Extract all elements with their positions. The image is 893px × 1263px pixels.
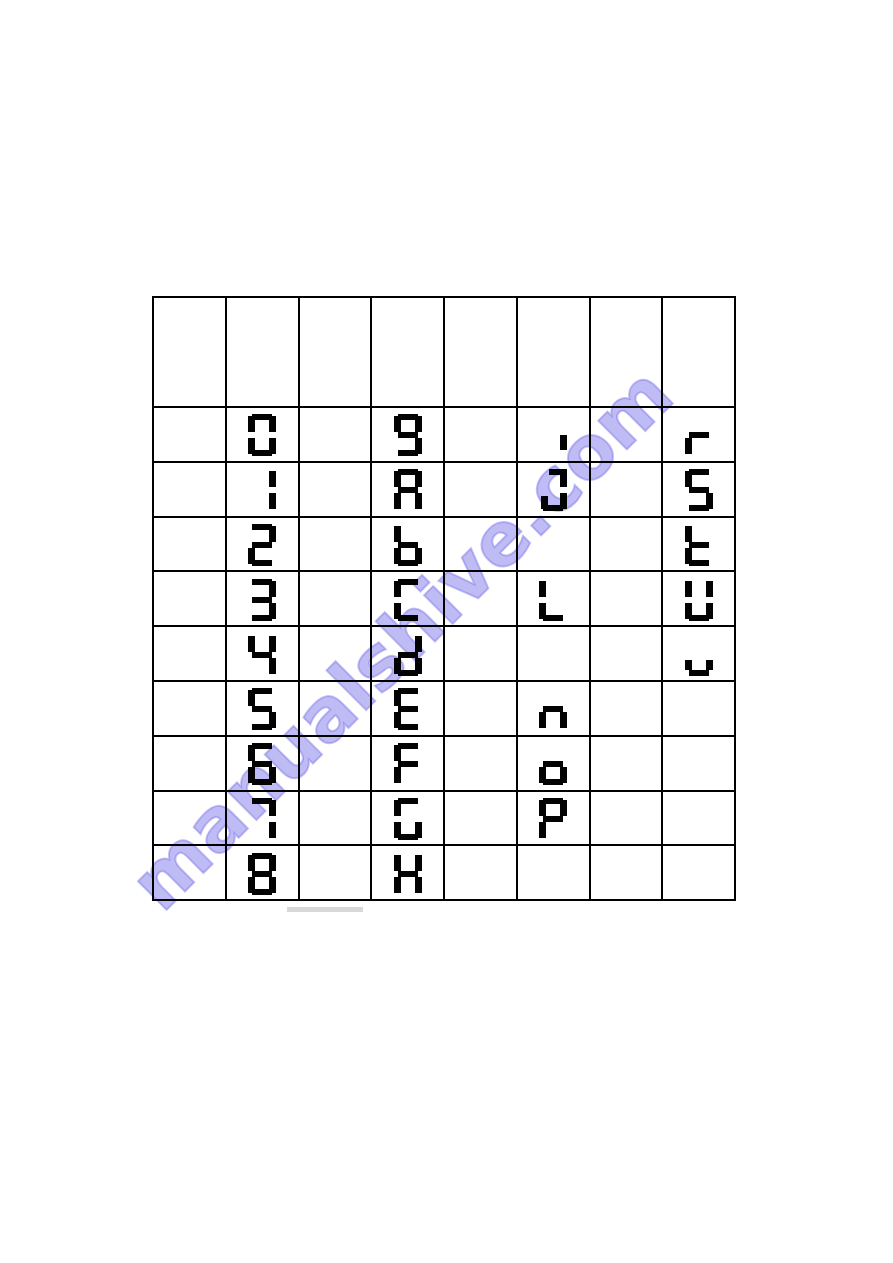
scanned-manual-page: manualshive.com	[0, 0, 893, 1263]
seven-segment-glyph-1	[248, 469, 276, 511]
seven-segment-glyph-C	[394, 579, 422, 621]
cell-r0-c6	[591, 298, 664, 408]
cell-r8-c5	[518, 792, 591, 847]
cell-r8-c2	[300, 792, 373, 847]
cell-r5-c7	[663, 627, 736, 682]
cell-r0-c1	[227, 298, 300, 408]
seven-segment-glyph-A	[394, 469, 422, 511]
cell-r1-c0	[154, 408, 227, 463]
seven-segment-glyph-0	[248, 414, 276, 456]
cell-r8-c3	[372, 792, 445, 847]
seven-segment-glyph-9	[394, 414, 422, 456]
cell-r2-c0	[154, 463, 227, 518]
seven-segment-glyph-4	[248, 634, 276, 676]
cell-r4-c3	[372, 572, 445, 627]
cell-r9-c6	[591, 846, 664, 901]
seven-segment-glyph-n	[539, 688, 567, 730]
seven-segment-glyph-P	[539, 798, 567, 840]
cell-r4-c1	[227, 572, 300, 627]
seven-segment-glyph-b	[394, 524, 422, 566]
cell-r1-c3	[372, 408, 445, 463]
seven-segment-glyph-u	[685, 634, 713, 676]
cell-r8-c0	[154, 792, 227, 847]
cell-r7-c7	[663, 737, 736, 792]
cell-r5-c3	[372, 627, 445, 682]
cell-r6-c1	[227, 682, 300, 737]
cell-r0-c3	[372, 298, 445, 408]
cell-r4-c7	[663, 572, 736, 627]
cell-r7-c1	[227, 737, 300, 792]
cell-r5-c0	[154, 627, 227, 682]
seven-segment-glyph-7	[248, 798, 276, 840]
seven-segment-glyph-E	[394, 688, 422, 730]
cell-r9-c0	[154, 846, 227, 901]
cell-r0-c7	[663, 298, 736, 408]
cell-r9-c3	[372, 846, 445, 901]
cell-r4-c0	[154, 572, 227, 627]
seven-segment-glyph-S	[685, 469, 713, 511]
cell-r6-c7	[663, 682, 736, 737]
cell-r2-c1	[227, 463, 300, 518]
cell-r9-c5	[518, 846, 591, 901]
cell-r0-c4	[445, 298, 518, 408]
cell-r6-c2	[300, 682, 373, 737]
cell-r7-c5	[518, 737, 591, 792]
cell-r8-c6	[591, 792, 664, 847]
cell-r4-c4	[445, 572, 518, 627]
cell-r2-c3	[372, 463, 445, 518]
cell-r0-c5	[518, 298, 591, 408]
seven-segment-glyph-J	[539, 469, 567, 511]
cell-r2-c5	[518, 463, 591, 518]
cell-r6-c3	[372, 682, 445, 737]
seven-segment-glyph-G	[394, 798, 422, 840]
cell-r6-c4	[445, 682, 518, 737]
cell-r8-c7	[663, 792, 736, 847]
cell-r1-c2	[300, 408, 373, 463]
seven-segment-glyph-i	[539, 414, 567, 456]
cell-r4-c6	[591, 572, 664, 627]
cell-r1-c4	[445, 408, 518, 463]
seven-segment-glyph-L	[539, 579, 567, 621]
cell-r8-c4	[445, 792, 518, 847]
seven-segment-glyph-o	[539, 743, 567, 785]
cell-r5-c1	[227, 627, 300, 682]
cell-r5-c6	[591, 627, 664, 682]
cell-r6-c6	[591, 682, 664, 737]
cell-r0-c0	[154, 298, 227, 408]
cell-r3-c0	[154, 518, 227, 573]
cell-r5-c2	[300, 627, 373, 682]
cell-r2-c7	[663, 463, 736, 518]
cell-r3-c2	[300, 518, 373, 573]
seven-segment-glyph-8	[248, 853, 276, 895]
seven-segment-glyph-d	[394, 634, 422, 676]
cell-r1-c1	[227, 408, 300, 463]
cell-r3-c6	[591, 518, 664, 573]
cell-r8-c1	[227, 792, 300, 847]
cell-r3-c7	[663, 518, 736, 573]
cell-r2-c4	[445, 463, 518, 518]
cell-r9-c1	[227, 846, 300, 901]
seven-segment-glyph-6	[248, 743, 276, 785]
seven-segment-glyph-r	[685, 414, 713, 456]
cell-r3-c1	[227, 518, 300, 573]
seven-segment-glyph-5	[248, 688, 276, 730]
cell-r7-c4	[445, 737, 518, 792]
seven-segment-glyph-t	[685, 524, 713, 566]
cell-r6-c5	[518, 682, 591, 737]
cell-r6-c0	[154, 682, 227, 737]
cell-r2-c2	[300, 463, 373, 518]
cell-r2-c6	[591, 463, 664, 518]
cell-r0-c2	[300, 298, 373, 408]
cell-r3-c5	[518, 518, 591, 573]
cell-r9-c7	[663, 846, 736, 901]
cell-r5-c5	[518, 627, 591, 682]
scan-artifact	[287, 907, 363, 912]
cell-r7-c0	[154, 737, 227, 792]
cell-r3-c4	[445, 518, 518, 573]
cell-r9-c2	[300, 846, 373, 901]
character-table	[152, 296, 736, 901]
cell-r1-c7	[663, 408, 736, 463]
cell-r5-c4	[445, 627, 518, 682]
cell-r1-c6	[591, 408, 664, 463]
seven-segment-glyph-F	[394, 743, 422, 785]
seven-segment-glyph-3	[248, 579, 276, 621]
seven-segment-glyph-2	[248, 524, 276, 566]
cell-r3-c3	[372, 518, 445, 573]
cell-r9-c4	[445, 846, 518, 901]
seven-segment-glyph-H	[394, 853, 422, 895]
cell-r7-c2	[300, 737, 373, 792]
cell-r7-c3	[372, 737, 445, 792]
cell-r4-c2	[300, 572, 373, 627]
cell-r7-c6	[591, 737, 664, 792]
cell-r1-c5	[518, 408, 591, 463]
cell-r4-c5	[518, 572, 591, 627]
seven-segment-glyph-U	[685, 579, 713, 621]
